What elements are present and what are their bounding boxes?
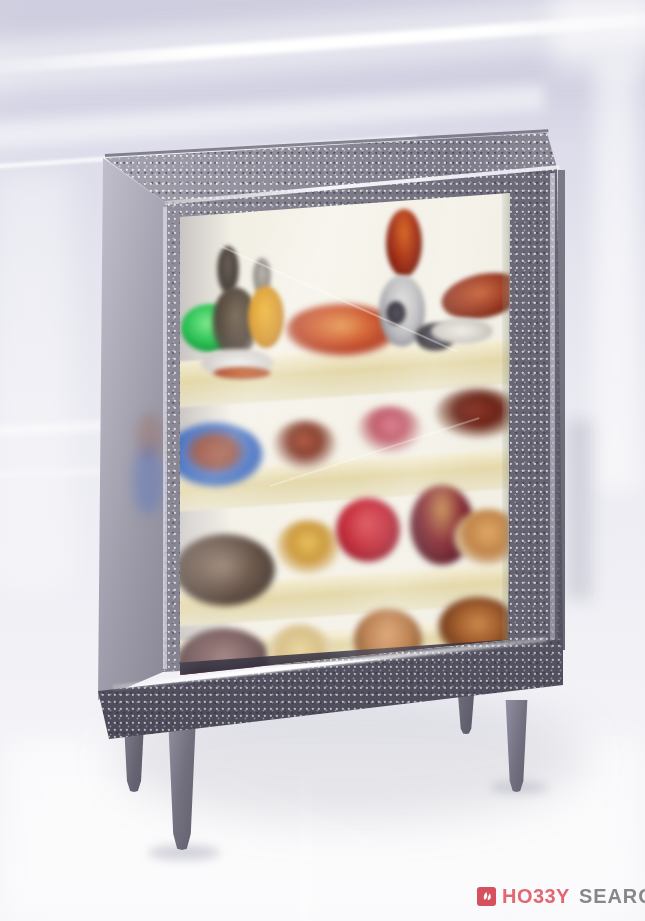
- plastic-left-streak-1: [0, 421, 110, 436]
- showcase-right-edge-dark: [558, 170, 565, 650]
- showcase-right-edge-light: [550, 173, 555, 647]
- hobbysearch-watermark: HO33Y SEARCH: [477, 884, 645, 908]
- watermark-search-text: SEARCH: [579, 884, 645, 908]
- showcase-leg-front-right: [501, 700, 532, 792]
- plastic-left-streak-2: [0, 468, 100, 478]
- showcase-left-corner-edge: [163, 207, 167, 669]
- watermark-hobby-text: HO33Y: [502, 884, 570, 908]
- showcase-leg-front-left: [162, 715, 202, 850]
- glass-reflection-2: [180, 185, 510, 690]
- plastic-right-glow: [594, 60, 638, 490]
- plastic-shade-top: [0, 0, 645, 110]
- hobbysearch-flame-icon: [477, 887, 496, 906]
- showcase-interior: [180, 185, 510, 690]
- product-photo: HO33Y SEARCH: [0, 0, 645, 921]
- side-glass-blue-smear: [133, 445, 163, 515]
- plastic-left-glow: [0, 170, 72, 590]
- plastic-highlight-glow: [0, 0, 645, 94]
- plastic-highlight-streak: [0, 10, 645, 75]
- plastic-topright-glow: [552, 0, 645, 70]
- miniature-showcase: [95, 125, 570, 865]
